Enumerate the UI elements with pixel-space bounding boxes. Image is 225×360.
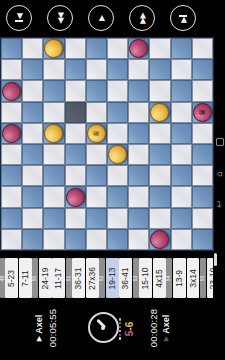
square-22[interactable] — [86, 165, 107, 186]
square-40[interactable] — [149, 59, 170, 80]
red-man[interactable] — [66, 188, 85, 207]
fast-forward-button[interactable]: ▶▶ — [129, 6, 155, 32]
light-square — [22, 165, 43, 186]
light-square — [107, 165, 128, 186]
clock-knob — [101, 326, 105, 330]
light-square — [171, 186, 192, 207]
square-19[interactable] — [65, 102, 86, 123]
score-separator: - — [124, 327, 135, 330]
move-list[interactable]: 495-237-115024-1911-175136-3127x365219-1… — [0, 257, 213, 300]
square-34[interactable] — [128, 81, 149, 102]
score-left: 5 — [124, 331, 135, 337]
light-square — [128, 144, 149, 165]
player-bottom-name: Axel — [161, 315, 171, 334]
captured-dot — [119, 322, 121, 324]
square-38[interactable] — [149, 144, 170, 165]
light-square — [65, 38, 86, 59]
home-icon[interactable]: ⌂ — [213, 171, 225, 177]
square-46[interactable] — [192, 229, 213, 250]
move-item[interactable]: 15-10 — [139, 259, 152, 299]
square-47[interactable] — [192, 186, 213, 207]
square-35[interactable] — [128, 38, 149, 59]
square-42[interactable] — [171, 165, 192, 186]
yellow-king[interactable]: ♛ — [87, 124, 106, 143]
square-26[interactable] — [107, 229, 128, 250]
square-41[interactable] — [171, 208, 192, 229]
light-square — [65, 208, 86, 229]
light-square — [192, 38, 213, 59]
move-item[interactable]: 5-23 — [5, 259, 18, 299]
light-square — [65, 81, 86, 102]
draughts-app: ▶ Axel 00:05:55 5-6 00:00:28 ▶ Axel 495-… — [0, 0, 225, 360]
square-24[interactable] — [86, 81, 107, 102]
king-crown-icon: ♛ — [92, 129, 101, 137]
step-forward-icon: ▶ — [97, 16, 106, 21]
square-33[interactable] — [128, 123, 149, 144]
square-50[interactable] — [192, 59, 213, 80]
move-number-separator: 52 — [99, 259, 105, 299]
clock-icon[interactable] — [88, 312, 119, 343]
square-2[interactable] — [1, 165, 22, 186]
square-6[interactable] — [22, 229, 43, 250]
back-icon[interactable]: ↩ — [213, 200, 225, 208]
light-square — [65, 165, 86, 186]
captured-dot — [119, 326, 121, 328]
square-29[interactable] — [107, 102, 128, 123]
red-man[interactable] — [150, 230, 169, 249]
light-square — [149, 208, 170, 229]
yellow-man[interactable] — [150, 103, 169, 122]
square-37[interactable] — [149, 186, 170, 207]
square-16[interactable] — [65, 229, 86, 250]
square-5[interactable] — [1, 38, 22, 59]
square-13[interactable] — [43, 123, 64, 144]
light-square — [149, 81, 170, 102]
light-square — [86, 102, 107, 123]
move-item[interactable]: 36-41 — [119, 259, 132, 299]
square-23[interactable]: ♛ — [86, 123, 107, 144]
captured-dot — [119, 337, 121, 339]
light-square — [149, 38, 170, 59]
replay-toolbar: ◀◀◀▶▶▶▶ — [0, 0, 213, 37]
light-square — [171, 144, 192, 165]
square-9[interactable] — [22, 102, 43, 123]
light-square — [192, 123, 213, 144]
captured-dot — [119, 318, 121, 320]
fast-backward-button[interactable]: ◀◀ — [47, 6, 73, 32]
square-25[interactable] — [86, 38, 107, 59]
captured-dot — [119, 334, 121, 336]
step-forward-button[interactable]: ▶ — [88, 6, 114, 32]
square-21[interactable] — [86, 208, 107, 229]
move-item[interactable]: 4x15 — [153, 259, 166, 299]
square-11[interactable] — [43, 208, 64, 229]
light-square — [43, 59, 64, 80]
captured-dot — [119, 330, 121, 332]
square-30[interactable] — [107, 59, 128, 80]
captured-dots — [119, 298, 121, 360]
light-square — [128, 186, 149, 207]
light-square — [171, 229, 192, 250]
light-square — [149, 123, 170, 144]
square-15[interactable] — [43, 38, 64, 59]
move-number-separator: 54 — [166, 259, 172, 299]
fast-forward-icon: ▶▶ — [138, 13, 147, 23]
light-square — [192, 208, 213, 229]
light-square — [65, 123, 86, 144]
red-king[interactable]: ♛ — [193, 103, 212, 122]
light-square — [43, 102, 64, 123]
score-right: 6 — [124, 322, 135, 328]
light-square — [1, 59, 22, 80]
square-27[interactable] — [107, 186, 128, 207]
square-48[interactable] — [192, 144, 213, 165]
turn-marker-bottom: ▶ — [162, 336, 170, 341]
go-to-start-icon: ◀ — [15, 14, 24, 19]
square-28[interactable] — [107, 144, 128, 165]
light-square — [107, 81, 128, 102]
light-square — [22, 123, 43, 144]
move-item[interactable]: 13-9 — [173, 259, 186, 299]
recents-icon[interactable] — [216, 138, 224, 146]
move-number-separator: 55 — [200, 259, 206, 299]
light-square — [107, 208, 128, 229]
square-17[interactable] — [65, 186, 86, 207]
light-square — [22, 81, 43, 102]
light-square — [86, 59, 107, 80]
light-square — [1, 144, 22, 165]
yellow-man[interactable] — [44, 39, 63, 58]
move-number-separator: 50 — [32, 259, 38, 299]
light-square — [128, 59, 149, 80]
player-top-name: Axel — [34, 315, 44, 334]
light-square — [86, 186, 107, 207]
move-item[interactable]: 24-19 — [39, 259, 52, 299]
move-item[interactable]: 36-31 — [72, 259, 85, 299]
player-bottom-clock: 00:00:28 — [148, 300, 159, 356]
move-item-current[interactable]: 19-13 — [106, 259, 119, 299]
square-12[interactable] — [43, 165, 64, 186]
move-item[interactable]: 11-17 — [52, 259, 65, 299]
move-number-separator: 53 — [133, 259, 139, 299]
move-item[interactable]: 27x36 — [86, 259, 99, 299]
light-square — [128, 229, 149, 250]
light-square — [1, 229, 22, 250]
player-top-clock: 00:05:55 — [47, 300, 58, 356]
light-square — [149, 165, 170, 186]
square-1[interactable] — [1, 208, 22, 229]
fast-backward-icon: ◀◀ — [56, 13, 65, 23]
yellow-man[interactable] — [108, 145, 127, 164]
yellow-man[interactable] — [44, 124, 63, 143]
go-to-start-button[interactable]: ◀ — [6, 6, 32, 32]
turn-marker-top: ▶ — [35, 336, 43, 341]
light-square — [128, 102, 149, 123]
red-man[interactable] — [2, 82, 21, 101]
move-number-separator: 49 — [0, 259, 5, 299]
light-square — [107, 38, 128, 59]
light-square — [43, 229, 64, 250]
light-square — [1, 186, 22, 207]
red-man[interactable] — [2, 124, 21, 143]
square-43[interactable] — [171, 123, 192, 144]
go-to-end-button[interactable]: ▶ — [170, 6, 196, 32]
move-item[interactable]: 3x14 — [187, 259, 200, 299]
light-square — [86, 144, 107, 165]
light-square — [171, 102, 192, 123]
score-display: 5-6 — [124, 298, 135, 360]
light-square — [192, 165, 213, 186]
move-item[interactable]: 7-11 — [19, 259, 32, 299]
square-31[interactable] — [128, 208, 149, 229]
square-8[interactable] — [22, 144, 43, 165]
square-32[interactable] — [128, 165, 149, 186]
board: ♛♛ — [0, 37, 214, 251]
square-39[interactable] — [149, 102, 170, 123]
square-44[interactable] — [171, 81, 192, 102]
move-number-separator: 51 — [66, 259, 72, 299]
square-49[interactable]: ♛ — [192, 102, 213, 123]
clock-panel: ▶ Axel 00:05:55 5-6 00:00:28 ▶ Axel — [0, 300, 213, 360]
light-square — [192, 81, 213, 102]
light-square — [22, 38, 43, 59]
square-18[interactable] — [65, 144, 86, 165]
light-square — [43, 144, 64, 165]
king-crown-icon: ♛ — [198, 108, 207, 116]
go-to-end-icon: ▶ — [179, 18, 188, 23]
square-14[interactable] — [43, 81, 64, 102]
square-3[interactable] — [1, 123, 22, 144]
light-square — [107, 123, 128, 144]
square-20[interactable] — [65, 59, 86, 80]
player-bottom-name-line: ▶ Axel — [161, 300, 171, 356]
square-45[interactable] — [171, 38, 192, 59]
square-36[interactable] — [149, 229, 170, 250]
square-4[interactable] — [1, 81, 22, 102]
square-7[interactable] — [22, 186, 43, 207]
red-man[interactable] — [129, 39, 148, 58]
light-square — [43, 186, 64, 207]
light-square — [171, 59, 192, 80]
square-10[interactable] — [22, 59, 43, 80]
light-square — [1, 102, 22, 123]
player-top-name-line: ▶ Axel — [34, 300, 44, 356]
light-square — [22, 208, 43, 229]
light-square — [86, 229, 107, 250]
android-navbar: ↩ ⌂ — [213, 0, 225, 360]
